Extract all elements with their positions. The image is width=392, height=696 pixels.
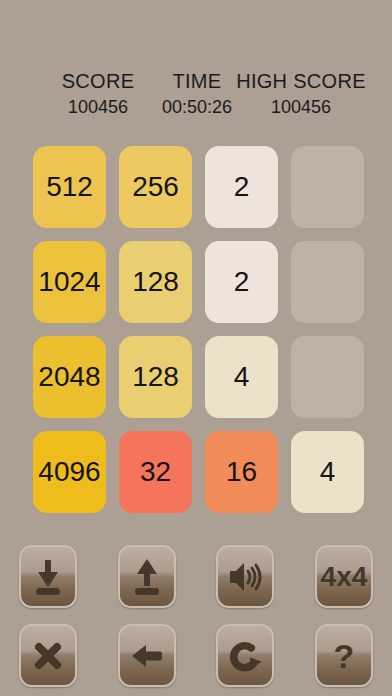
tile-2: 2 bbox=[205, 146, 278, 228]
upload-icon bbox=[127, 557, 167, 597]
time-label: TIME bbox=[154, 71, 240, 91]
tile-4096: 4096 bbox=[33, 431, 106, 513]
tile-32: 32 bbox=[119, 431, 192, 513]
speaker-icon bbox=[225, 557, 265, 597]
high-score-label: HIGH SCORE bbox=[236, 71, 366, 91]
score-label: SCORE bbox=[26, 71, 170, 91]
help-label: ? bbox=[334, 639, 355, 673]
tile-empty bbox=[291, 146, 364, 228]
undo-button[interactable] bbox=[118, 624, 176, 687]
tile-empty bbox=[291, 241, 364, 323]
tile-2048: 2048 bbox=[33, 336, 106, 418]
time-value: 00:50:26 bbox=[154, 98, 240, 116]
sound-button[interactable] bbox=[216, 545, 274, 608]
time-stat: TIME 00:50:26 bbox=[154, 71, 240, 116]
tile-512: 512 bbox=[33, 146, 106, 228]
game-screen: SCORE 100456 TIME 00:50:26 HIGH SCORE 10… bbox=[0, 0, 392, 696]
score-stat: SCORE 100456 bbox=[26, 71, 170, 116]
save-button[interactable] bbox=[19, 545, 77, 608]
download-icon bbox=[28, 557, 68, 597]
controls-row-1: 4x4 bbox=[19, 545, 373, 608]
help-button[interactable]: ? bbox=[315, 624, 373, 687]
controls-row-2: ? bbox=[19, 624, 373, 687]
tile-128: 128 bbox=[119, 336, 192, 418]
grid-size-button[interactable]: 4x4 bbox=[315, 545, 373, 608]
rotate-icon bbox=[225, 636, 265, 676]
tile-256: 256 bbox=[119, 146, 192, 228]
load-button[interactable] bbox=[118, 545, 176, 608]
tile-4: 4 bbox=[205, 336, 278, 418]
tile-1024: 1024 bbox=[33, 241, 106, 323]
tile-128: 128 bbox=[119, 241, 192, 323]
restart-button[interactable] bbox=[216, 624, 274, 687]
close-button[interactable] bbox=[19, 624, 77, 687]
high-score-stat: HIGH SCORE 100456 bbox=[236, 71, 366, 116]
x-icon bbox=[28, 636, 68, 676]
grid-size-label: 4x4 bbox=[321, 563, 368, 591]
tile-2: 2 bbox=[205, 241, 278, 323]
tile-16: 16 bbox=[205, 431, 278, 513]
board-grid[interactable]: 51225621024128220481284409632164 bbox=[33, 146, 364, 513]
arrow-left-icon bbox=[127, 636, 167, 676]
tile-4: 4 bbox=[291, 431, 364, 513]
high-score-value: 100456 bbox=[236, 98, 366, 116]
score-value: 100456 bbox=[26, 98, 170, 116]
tile-empty bbox=[291, 336, 364, 418]
